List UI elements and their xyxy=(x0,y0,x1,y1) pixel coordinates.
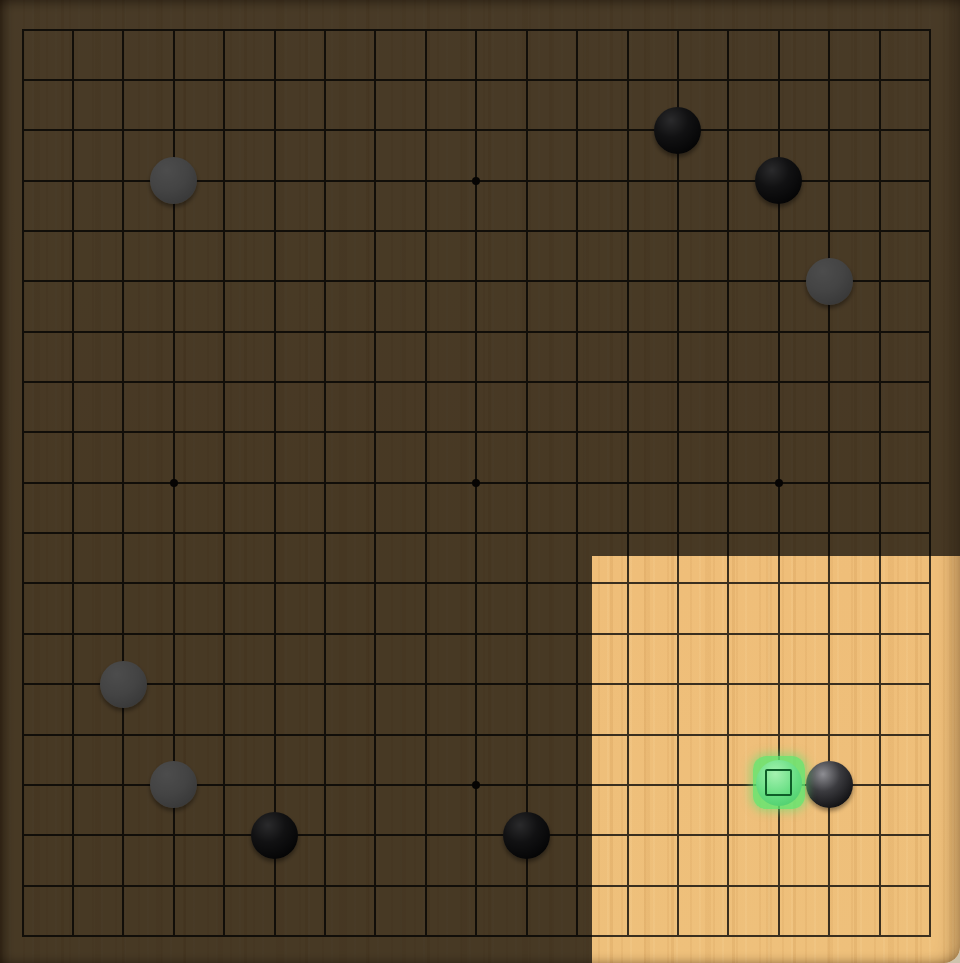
grid-line-vertical xyxy=(929,29,931,937)
star-point xyxy=(775,479,783,487)
star-point xyxy=(472,479,480,487)
black-stone xyxy=(503,812,550,859)
grid-line-horizontal xyxy=(22,683,932,685)
black-stone xyxy=(806,761,853,808)
star-point xyxy=(472,781,480,789)
black-stone xyxy=(251,812,298,859)
black-stone xyxy=(654,107,701,154)
grid-line-horizontal xyxy=(22,582,932,584)
white-stone xyxy=(806,258,853,305)
white-stone xyxy=(150,157,197,204)
grid-line-vertical xyxy=(627,29,629,937)
dim-overlay-left xyxy=(0,556,592,963)
grid-line-horizontal xyxy=(22,734,932,736)
star-point xyxy=(472,177,480,185)
grid-line-horizontal xyxy=(22,633,932,635)
grid-line-horizontal xyxy=(22,834,932,836)
go-board[interactable] xyxy=(0,0,960,963)
grid-line-vertical xyxy=(727,29,729,937)
white-stone xyxy=(100,661,147,708)
grid-line-horizontal xyxy=(22,532,932,534)
grid-line-vertical xyxy=(526,29,528,937)
grid-line-vertical xyxy=(879,29,881,937)
white-stone xyxy=(150,761,197,808)
grid-line-vertical xyxy=(677,29,679,937)
square-symbol-icon xyxy=(765,769,792,796)
grid-line-horizontal xyxy=(22,935,932,937)
black-stone xyxy=(755,157,802,204)
grid-line-horizontal xyxy=(22,885,932,887)
star-point xyxy=(170,479,178,487)
grid-line-vertical xyxy=(576,29,578,937)
